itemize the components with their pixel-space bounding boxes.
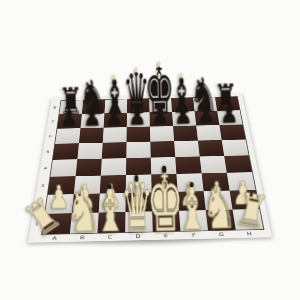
finial-dot (162, 165, 167, 173)
scene: ABCDEFGH 12345678 ♜♞♝♛♚♝♞♜♟♟♟♟♟♟♟♟♟♟♟♟♟♟… (0, 0, 300, 300)
piece-black-pawn-b7[interactable]: ♟ (82, 103, 101, 132)
piece-white-knight-g1[interactable]: ♞ (201, 178, 238, 237)
finial-dot (135, 67, 138, 73)
piece-black-pawn-c7[interactable]: ♟ (105, 102, 124, 131)
piece-black-pawn-d7[interactable]: ♟ (128, 101, 147, 130)
piece-black-pawn-e7[interactable]: ♟ (151, 101, 170, 130)
finial-dot (108, 183, 112, 189)
finial-dot (180, 73, 183, 78)
piece-black-pawn-g7[interactable]: ♟ (196, 100, 215, 129)
product-photo: ABCDEFGH 12345678 ♜♞♝♛♚♝♞♜♟♟♟♟♟♟♟♟♟♟♟♟♟♟… (0, 0, 300, 300)
finial-dot (189, 181, 193, 187)
finial-dot (135, 174, 139, 181)
piece-black-pawn-a7[interactable]: ♟ (59, 103, 78, 132)
finial-dot (157, 60, 161, 67)
piece-black-pawn-f7[interactable]: ♟ (173, 100, 192, 129)
finial-dot (113, 75, 116, 80)
pieces-layer: ♜♞♝♛♚♝♞♜♟♟♟♟♟♟♟♟♟♟♟♟♟♟♟♟♜♞♝♛♚♝♞♜ (0, 0, 300, 300)
piece-black-pawn-h7[interactable]: ♟ (219, 99, 238, 128)
